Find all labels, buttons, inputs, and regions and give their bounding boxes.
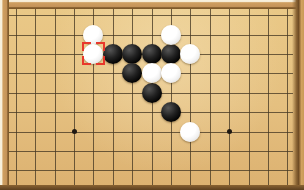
white-stone [180, 122, 200, 142]
grid-vertical-line [35, 9, 36, 186]
gomoku-board[interactable] [0, 0, 304, 190]
board-frame-bottom [0, 185, 304, 190]
grid-vertical-line [249, 9, 250, 186]
white-stone [161, 25, 181, 45]
grid-horizontal-line [9, 132, 293, 133]
grid-vertical-line [113, 9, 114, 186]
grid-vertical-line [132, 9, 133, 186]
grid-vertical-line [268, 9, 269, 186]
grid-horizontal-line [9, 112, 293, 113]
grid-vertical-line [55, 9, 56, 186]
grid-horizontal-line [9, 35, 293, 36]
grid-vertical-line [229, 9, 230, 186]
grid-horizontal-line [9, 170, 293, 171]
board-frame-top [0, 0, 304, 9]
black-stone [161, 102, 181, 122]
marker-corner-tr [96, 42, 105, 51]
black-stone [142, 44, 162, 64]
marker-corner-tl [82, 42, 91, 51]
black-stone [161, 44, 181, 64]
black-stone [122, 63, 142, 83]
star-point [72, 129, 77, 134]
black-stone [142, 83, 162, 103]
star-point [227, 129, 232, 134]
white-stone [142, 63, 162, 83]
grid-horizontal-line [9, 151, 293, 152]
marker-corner-bl [82, 56, 91, 65]
grid-vertical-line [210, 9, 211, 186]
gomoku-app-screenshot [0, 0, 304, 190]
marker-corner-br [96, 56, 105, 65]
grid-horizontal-line [9, 15, 293, 16]
grid-vertical-line [190, 9, 191, 186]
board-frame-left [0, 0, 9, 190]
grid-vertical-line [74, 9, 75, 186]
white-stone [180, 44, 200, 64]
board-frame-right [292, 0, 304, 190]
black-stone [103, 44, 123, 64]
black-stone [122, 44, 142, 64]
grid-vertical-line [287, 9, 288, 186]
white-stone [161, 63, 181, 83]
grid-vertical-line [16, 9, 17, 186]
last-move-marker [82, 42, 105, 65]
